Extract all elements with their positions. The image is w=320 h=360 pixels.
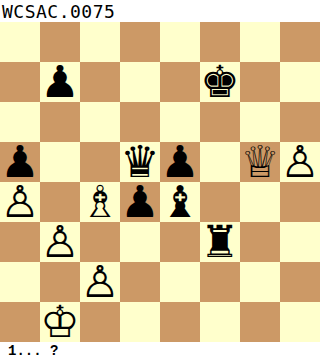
square-f8[interactable] bbox=[200, 22, 240, 62]
piece-white-pawn: ♙ bbox=[0, 182, 39, 222]
square-e7[interactable] bbox=[160, 62, 200, 102]
puzzle-title: WCSAC.0075 bbox=[2, 1, 115, 22]
piece-white-king: ♔ bbox=[40, 302, 79, 342]
square-d7[interactable] bbox=[120, 62, 160, 102]
square-h8[interactable] bbox=[280, 22, 320, 62]
piece-white-bishop: ♗ bbox=[80, 182, 119, 222]
square-h5[interactable]: ♙ bbox=[280, 142, 320, 182]
piece-black-pawn: ♟ bbox=[160, 142, 199, 182]
square-a5[interactable]: ♟ bbox=[0, 142, 40, 182]
square-c2[interactable]: ♙ bbox=[80, 262, 120, 302]
square-h3[interactable] bbox=[280, 222, 320, 262]
square-d2[interactable] bbox=[120, 262, 160, 302]
square-e4[interactable]: ♝ bbox=[160, 182, 200, 222]
square-h4[interactable] bbox=[280, 182, 320, 222]
square-g8[interactable] bbox=[240, 22, 280, 62]
square-a4[interactable]: ♙ bbox=[0, 182, 40, 222]
prompt-bar: 1... ? bbox=[0, 342, 320, 360]
square-f6[interactable] bbox=[200, 102, 240, 142]
square-c5[interactable] bbox=[80, 142, 120, 182]
square-f1[interactable] bbox=[200, 302, 240, 342]
square-a8[interactable] bbox=[0, 22, 40, 62]
square-f5[interactable] bbox=[200, 142, 240, 182]
square-g7[interactable] bbox=[240, 62, 280, 102]
square-c8[interactable] bbox=[80, 22, 120, 62]
square-g4[interactable] bbox=[240, 182, 280, 222]
square-b7[interactable]: ♟ bbox=[40, 62, 80, 102]
piece-black-bishop: ♝ bbox=[160, 182, 199, 222]
square-e5[interactable]: ♟ bbox=[160, 142, 200, 182]
square-f4[interactable] bbox=[200, 182, 240, 222]
square-a1[interactable] bbox=[0, 302, 40, 342]
square-f2[interactable] bbox=[200, 262, 240, 302]
title-bar: WCSAC.0075 bbox=[0, 0, 320, 22]
square-g6[interactable] bbox=[240, 102, 280, 142]
piece-white-queen: ♕ bbox=[240, 142, 279, 182]
piece-white-pawn: ♙ bbox=[40, 222, 79, 262]
square-d3[interactable] bbox=[120, 222, 160, 262]
piece-black-pawn: ♟ bbox=[0, 142, 39, 182]
square-g5[interactable]: ♕ bbox=[240, 142, 280, 182]
square-d5[interactable]: ♛ bbox=[120, 142, 160, 182]
piece-black-king: ♚ bbox=[200, 62, 239, 102]
piece-black-pawn: ♟ bbox=[40, 62, 79, 102]
square-e3[interactable] bbox=[160, 222, 200, 262]
square-g1[interactable] bbox=[240, 302, 280, 342]
square-e6[interactable] bbox=[160, 102, 200, 142]
square-h6[interactable] bbox=[280, 102, 320, 142]
square-f3[interactable]: ♜ bbox=[200, 222, 240, 262]
square-b1[interactable]: ♔ bbox=[40, 302, 80, 342]
chess-board: ♟♚♟♛♟♕♙♙♗♟♝♙♜♙♔ bbox=[0, 22, 320, 342]
square-e2[interactable] bbox=[160, 262, 200, 302]
square-d8[interactable] bbox=[120, 22, 160, 62]
piece-black-queen: ♛ bbox=[120, 142, 159, 182]
piece-white-pawn: ♙ bbox=[280, 142, 319, 182]
square-b6[interactable] bbox=[40, 102, 80, 142]
move-prompt: 1... ? bbox=[8, 343, 58, 359]
square-a3[interactable] bbox=[0, 222, 40, 262]
square-f7[interactable]: ♚ bbox=[200, 62, 240, 102]
square-d4[interactable]: ♟ bbox=[120, 182, 160, 222]
square-c7[interactable] bbox=[80, 62, 120, 102]
square-a2[interactable] bbox=[0, 262, 40, 302]
square-d6[interactable] bbox=[120, 102, 160, 142]
square-c4[interactable]: ♗ bbox=[80, 182, 120, 222]
square-e8[interactable] bbox=[160, 22, 200, 62]
square-a6[interactable] bbox=[0, 102, 40, 142]
square-e1[interactable] bbox=[160, 302, 200, 342]
chess-puzzle-screen: WCSAC.0075 ♟♚♟♛♟♕♙♙♗♟♝♙♜♙♔ 1... ? bbox=[0, 0, 320, 360]
piece-white-pawn: ♙ bbox=[80, 262, 119, 302]
piece-black-pawn: ♟ bbox=[120, 182, 159, 222]
square-c6[interactable] bbox=[80, 102, 120, 142]
square-b8[interactable] bbox=[40, 22, 80, 62]
square-b2[interactable] bbox=[40, 262, 80, 302]
square-b5[interactable] bbox=[40, 142, 80, 182]
square-h2[interactable] bbox=[280, 262, 320, 302]
square-b3[interactable]: ♙ bbox=[40, 222, 80, 262]
square-a7[interactable] bbox=[0, 62, 40, 102]
square-c3[interactable] bbox=[80, 222, 120, 262]
square-c1[interactable] bbox=[80, 302, 120, 342]
square-d1[interactable] bbox=[120, 302, 160, 342]
square-h7[interactable] bbox=[280, 62, 320, 102]
square-h1[interactable] bbox=[280, 302, 320, 342]
square-g2[interactable] bbox=[240, 262, 280, 302]
piece-black-rook: ♜ bbox=[200, 222, 239, 262]
square-g3[interactable] bbox=[240, 222, 280, 262]
square-b4[interactable] bbox=[40, 182, 80, 222]
